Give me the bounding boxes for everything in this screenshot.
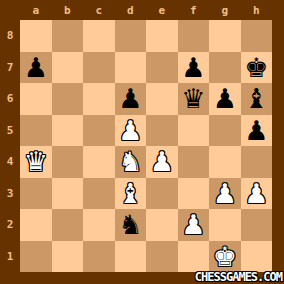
square-a8[interactable] [20, 20, 52, 52]
square-e5[interactable] [146, 115, 178, 147]
square-e2[interactable] [146, 209, 178, 241]
square-g6[interactable]: ♟ [209, 83, 241, 115]
chess-board: ♟♟♚♟♛♟♝♟♟♛♞♟♝♟♟♞♟♚ [20, 20, 272, 272]
square-g8[interactable] [209, 20, 241, 52]
square-h4[interactable] [241, 146, 273, 178]
square-c4[interactable] [83, 146, 115, 178]
square-g2[interactable] [209, 209, 241, 241]
piece-white-pawn[interactable]: ♟ [209, 178, 241, 210]
square-h6[interactable]: ♝ [241, 83, 273, 115]
piece-black-bishop[interactable]: ♝ [241, 83, 273, 115]
rank-label-3: 3 [0, 178, 20, 210]
square-h8[interactable] [241, 20, 273, 52]
piece-white-pawn[interactable]: ♟ [146, 146, 178, 178]
file-label-e: e [146, 0, 178, 20]
piece-black-king[interactable]: ♚ [241, 52, 273, 84]
square-a7[interactable]: ♟ [20, 52, 52, 84]
square-f7[interactable]: ♟ [178, 52, 210, 84]
square-a3[interactable] [20, 178, 52, 210]
piece-white-bishop[interactable]: ♝ [115, 178, 147, 210]
rank-label-5: 5 [0, 115, 20, 147]
square-h2[interactable] [241, 209, 273, 241]
square-c6[interactable] [83, 83, 115, 115]
square-b4[interactable] [52, 146, 84, 178]
square-b5[interactable] [52, 115, 84, 147]
square-c5[interactable] [83, 115, 115, 147]
rank-label-6: 6 [0, 83, 20, 115]
square-h5[interactable]: ♟ [241, 115, 273, 147]
square-c3[interactable] [83, 178, 115, 210]
rank-label-4: 4 [0, 146, 20, 178]
square-h1[interactable] [241, 241, 273, 273]
file-label-f: f [178, 0, 210, 20]
square-d5[interactable]: ♟ [115, 115, 147, 147]
square-g4[interactable] [209, 146, 241, 178]
square-b1[interactable] [52, 241, 84, 273]
piece-white-pawn[interactable]: ♟ [178, 209, 210, 241]
square-d7[interactable] [115, 52, 147, 84]
piece-white-pawn[interactable]: ♟ [241, 178, 273, 210]
file-label-h: h [241, 0, 273, 20]
chessgames-watermark: CHESSGAMES.COM [195, 270, 282, 284]
square-c2[interactable] [83, 209, 115, 241]
rank-label-1: 1 [0, 241, 20, 273]
file-label-a: a [20, 0, 52, 20]
square-a6[interactable] [20, 83, 52, 115]
piece-white-queen[interactable]: ♛ [20, 146, 52, 178]
piece-black-pawn[interactable]: ♟ [115, 83, 147, 115]
square-a1[interactable] [20, 241, 52, 273]
file-label-g: g [209, 0, 241, 20]
square-d1[interactable] [115, 241, 147, 273]
square-h7[interactable]: ♚ [241, 52, 273, 84]
square-e6[interactable] [146, 83, 178, 115]
piece-black-pawn[interactable]: ♟ [178, 52, 210, 84]
square-g5[interactable] [209, 115, 241, 147]
square-g3[interactable]: ♟ [209, 178, 241, 210]
square-f3[interactable] [178, 178, 210, 210]
square-a4[interactable]: ♛ [20, 146, 52, 178]
square-a5[interactable] [20, 115, 52, 147]
file-labels: abcdefgh [20, 0, 272, 20]
square-b3[interactable] [52, 178, 84, 210]
file-label-c: c [83, 0, 115, 20]
rank-label-8: 8 [0, 20, 20, 52]
square-d8[interactable] [115, 20, 147, 52]
square-c1[interactable] [83, 241, 115, 273]
piece-black-pawn[interactable]: ♟ [241, 115, 273, 147]
rank-label-7: 7 [0, 52, 20, 84]
square-g1[interactable]: ♚ [209, 241, 241, 273]
square-f6[interactable]: ♛ [178, 83, 210, 115]
piece-white-king[interactable]: ♚ [209, 241, 241, 273]
square-b8[interactable] [52, 20, 84, 52]
square-h3[interactable]: ♟ [241, 178, 273, 210]
square-c7[interactable] [83, 52, 115, 84]
square-d3[interactable]: ♝ [115, 178, 147, 210]
square-c8[interactable] [83, 20, 115, 52]
chess-diagram: abcdefgh 87654321 ♟♟♚♟♛♟♝♟♟♛♞♟♝♟♟♞♟♚ CHE… [0, 0, 284, 284]
square-d2[interactable]: ♞ [115, 209, 147, 241]
square-f5[interactable] [178, 115, 210, 147]
piece-black-queen[interactable]: ♛ [178, 83, 210, 115]
square-f8[interactable] [178, 20, 210, 52]
square-e3[interactable] [146, 178, 178, 210]
square-b6[interactable] [52, 83, 84, 115]
square-f4[interactable] [178, 146, 210, 178]
square-e1[interactable] [146, 241, 178, 273]
square-e4[interactable]: ♟ [146, 146, 178, 178]
file-label-b: b [52, 0, 84, 20]
piece-white-pawn[interactable]: ♟ [115, 115, 147, 147]
square-d6[interactable]: ♟ [115, 83, 147, 115]
square-b7[interactable] [52, 52, 84, 84]
square-a2[interactable] [20, 209, 52, 241]
file-label-d: d [115, 0, 147, 20]
square-b2[interactable] [52, 209, 84, 241]
piece-white-knight[interactable]: ♞ [115, 146, 147, 178]
piece-black-knight[interactable]: ♞ [115, 209, 147, 241]
square-e8[interactable] [146, 20, 178, 52]
square-d4[interactable]: ♞ [115, 146, 147, 178]
rank-label-2: 2 [0, 209, 20, 241]
square-g7[interactable] [209, 52, 241, 84]
square-f2[interactable]: ♟ [178, 209, 210, 241]
piece-black-pawn[interactable]: ♟ [209, 83, 241, 115]
rank-labels: 87654321 [0, 20, 20, 272]
piece-black-pawn[interactable]: ♟ [20, 52, 52, 84]
square-f1[interactable] [178, 241, 210, 273]
square-e7[interactable] [146, 52, 178, 84]
